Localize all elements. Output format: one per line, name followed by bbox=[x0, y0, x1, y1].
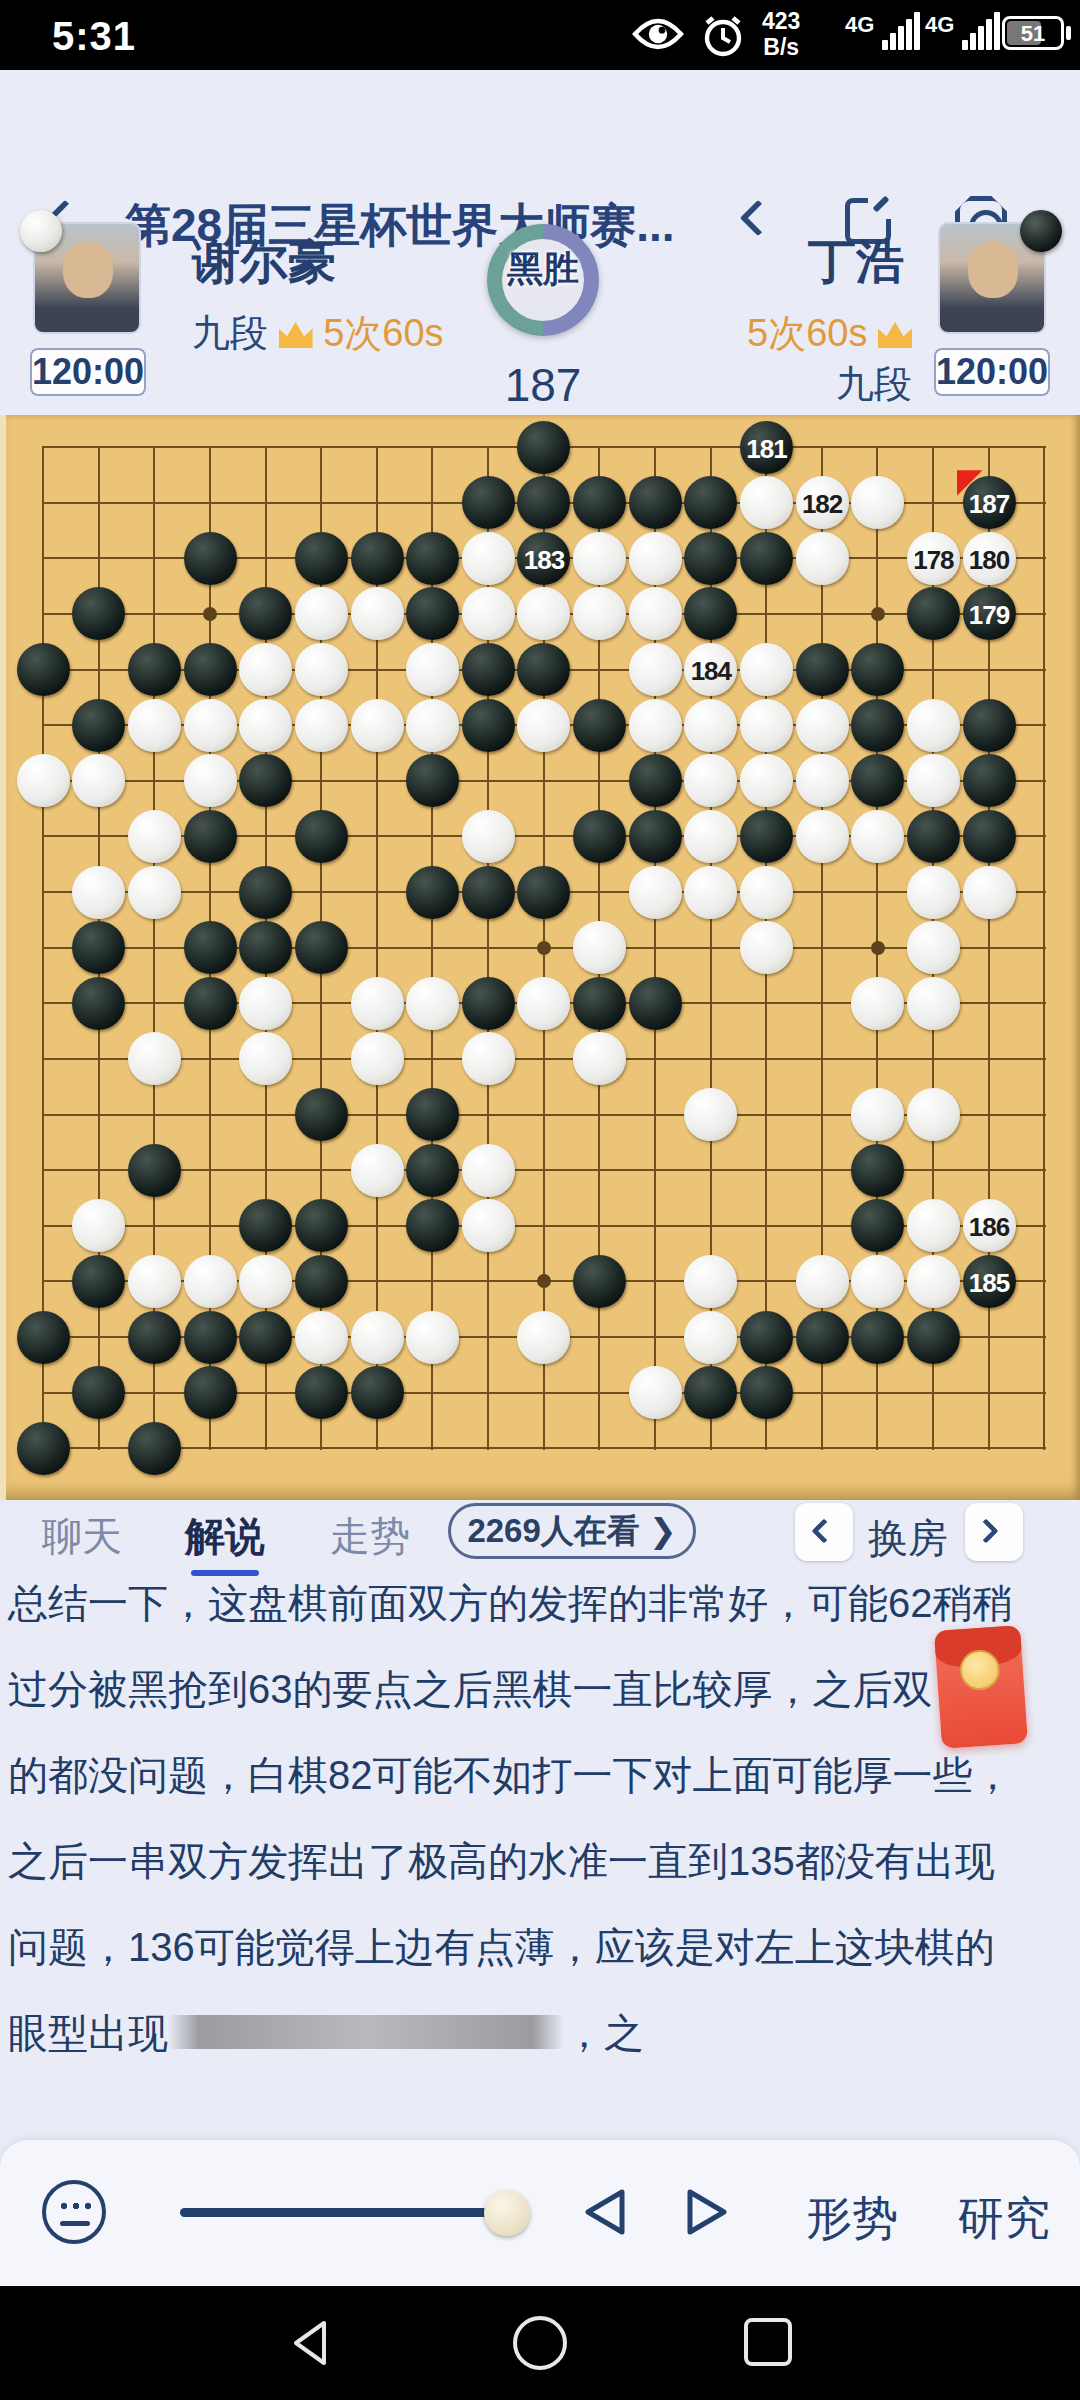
tab-bar: 聊天 解说 走势 2269人在看 ❯ 换房 bbox=[0, 1503, 1080, 1565]
star-point bbox=[537, 941, 551, 955]
white-stone bbox=[239, 643, 292, 696]
white-stone bbox=[517, 1311, 570, 1364]
white-stone bbox=[406, 643, 459, 696]
black-stone bbox=[351, 532, 404, 585]
next-move-button[interactable] bbox=[682, 2186, 734, 2238]
white-stone bbox=[573, 921, 626, 974]
black-stone bbox=[573, 699, 626, 752]
white-stone: 186 bbox=[963, 1199, 1016, 1252]
right-player-rank: 5次60s 九段 bbox=[700, 308, 912, 410]
network-rate: 423B/s bbox=[762, 8, 800, 60]
white-stone bbox=[907, 699, 960, 752]
black-stone bbox=[851, 1311, 904, 1364]
red-envelope-icon[interactable] bbox=[934, 1625, 1028, 1749]
star-point bbox=[871, 941, 885, 955]
black-stone: 187 bbox=[963, 476, 1016, 529]
white-stone bbox=[684, 810, 737, 863]
prev-move-button[interactable] bbox=[578, 2186, 630, 2238]
move-count: 187 bbox=[487, 358, 599, 412]
left-player-rank: 九段 5次60s bbox=[192, 308, 444, 359]
white-stone bbox=[128, 699, 181, 752]
white-stone bbox=[351, 699, 404, 752]
move-number-label: 181 bbox=[740, 434, 793, 465]
black-stone bbox=[573, 1255, 626, 1308]
left-player-name: 谢尔豪 bbox=[192, 230, 336, 294]
white-stone bbox=[796, 699, 849, 752]
nav-recents-icon[interactable] bbox=[744, 2318, 792, 2366]
white-stone bbox=[184, 754, 237, 807]
black-stone bbox=[406, 866, 459, 919]
blurred-text-strip bbox=[168, 2015, 564, 2049]
signal-sim1: 4G bbox=[845, 12, 922, 50]
black-stone bbox=[907, 1311, 960, 1364]
white-stone bbox=[72, 866, 125, 919]
black-stone bbox=[184, 1366, 237, 1419]
black-stone bbox=[517, 866, 570, 919]
black-stone bbox=[796, 643, 849, 696]
black-stone bbox=[239, 1311, 292, 1364]
white-stone bbox=[351, 587, 404, 640]
black-stone bbox=[72, 977, 125, 1030]
crown-icon bbox=[279, 322, 313, 348]
white-stone bbox=[796, 532, 849, 585]
black-stone bbox=[295, 810, 348, 863]
white-stone bbox=[351, 1032, 404, 1085]
black-stone bbox=[17, 1311, 70, 1364]
black-stone bbox=[963, 810, 1016, 863]
black-stone bbox=[351, 1366, 404, 1419]
move-number-label: 187 bbox=[963, 489, 1016, 520]
black-stone bbox=[128, 1311, 181, 1364]
white-stone bbox=[128, 1255, 181, 1308]
white-stone bbox=[573, 532, 626, 585]
black-stone bbox=[72, 699, 125, 752]
nav-back-icon[interactable] bbox=[288, 2318, 338, 2368]
black-stone bbox=[851, 699, 904, 752]
white-stone bbox=[295, 587, 348, 640]
black-stone bbox=[907, 810, 960, 863]
room-prev-button[interactable] bbox=[795, 1503, 853, 1561]
white-stone bbox=[239, 699, 292, 752]
white-stone: 178 bbox=[907, 532, 960, 585]
white-stone bbox=[907, 1088, 960, 1141]
right-player-name: 丁浩 bbox=[808, 230, 904, 294]
white-stone bbox=[295, 1311, 348, 1364]
white-stone bbox=[351, 1311, 404, 1364]
white-stone bbox=[517, 977, 570, 1030]
black-stone bbox=[17, 643, 70, 696]
white-stone bbox=[629, 587, 682, 640]
star-point bbox=[871, 607, 885, 621]
move-number-label: 186 bbox=[963, 1212, 1016, 1243]
black-stone bbox=[128, 1144, 181, 1197]
black-stone bbox=[740, 1311, 793, 1364]
white-stone bbox=[907, 866, 960, 919]
eye-icon bbox=[632, 15, 684, 53]
control-bar: 形势 研究 bbox=[0, 2140, 1080, 2286]
black-stone bbox=[573, 810, 626, 863]
black-stone bbox=[573, 977, 626, 1030]
white-stone bbox=[517, 699, 570, 752]
white-stone bbox=[295, 643, 348, 696]
commentary-line: 问题，136可能觉得上边有点薄，应该是对左上这块棋的 bbox=[8, 1920, 1076, 1975]
black-stone bbox=[740, 810, 793, 863]
go-board[interactable]: 181182187183178180179184186185 bbox=[0, 415, 1080, 1500]
signal-sim2: 4G bbox=[925, 12, 1002, 50]
black-stone bbox=[851, 643, 904, 696]
white-stone bbox=[740, 699, 793, 752]
room-next-button[interactable] bbox=[965, 1503, 1023, 1561]
white-stone bbox=[351, 977, 404, 1030]
white-stone bbox=[295, 699, 348, 752]
result-ring: 黑胜 bbox=[487, 224, 599, 336]
white-stone bbox=[462, 1144, 515, 1197]
black-stone bbox=[462, 643, 515, 696]
commentary-line: 过分被黑抢到63的要点之后黑棋一直比较厚，之后双 bbox=[8, 1662, 1076, 1717]
commentary-line: 总结一下，这盘棋前面双方的发挥的非常好，可能62稍稍 bbox=[8, 1576, 1076, 1631]
black-stone bbox=[239, 866, 292, 919]
white-stone bbox=[462, 1032, 515, 1085]
black-stone bbox=[963, 699, 1016, 752]
white-stone bbox=[796, 754, 849, 807]
black-stone bbox=[295, 1199, 348, 1252]
move-number-label: 179 bbox=[963, 600, 1016, 631]
white-stone bbox=[740, 476, 793, 529]
white-stone bbox=[239, 1255, 292, 1308]
viewers-pill[interactable]: 2269人在看 ❯ bbox=[448, 1503, 696, 1559]
white-stone bbox=[851, 476, 904, 529]
black-stone bbox=[573, 476, 626, 529]
tab-commentary[interactable]: 解说 bbox=[185, 1509, 265, 1564]
black-stone: 185 bbox=[963, 1255, 1016, 1308]
room-switch-label: 换房 bbox=[868, 1511, 948, 1566]
black-stone bbox=[462, 699, 515, 752]
white-stone bbox=[851, 1255, 904, 1308]
move-number-label: 183 bbox=[517, 545, 570, 576]
commentary-line-censored: 眼型出现，之 bbox=[8, 2006, 1076, 2061]
white-stone bbox=[851, 810, 904, 863]
black-stone: 181 bbox=[740, 421, 793, 474]
situation-button[interactable]: 形势 bbox=[806, 2188, 898, 2250]
move-number-label: 180 bbox=[963, 545, 1016, 576]
right-player-clock: 120:00 bbox=[934, 348, 1050, 396]
move-number-label: 178 bbox=[907, 545, 960, 576]
keyboard-emoji-button[interactable] bbox=[42, 2180, 106, 2244]
white-stone bbox=[907, 1255, 960, 1308]
black-stone bbox=[517, 421, 570, 474]
move-number-label: 185 bbox=[963, 1268, 1016, 1299]
white-stone bbox=[740, 754, 793, 807]
black-stone bbox=[963, 754, 1016, 807]
white-stone bbox=[462, 1199, 515, 1252]
black-stone bbox=[128, 1422, 181, 1475]
result-text: 黑胜 bbox=[487, 245, 599, 294]
white-stone bbox=[462, 810, 515, 863]
star-point bbox=[203, 607, 217, 621]
black-stone bbox=[462, 866, 515, 919]
white-stone bbox=[684, 1255, 737, 1308]
white-stone bbox=[462, 532, 515, 585]
white-stone bbox=[406, 977, 459, 1030]
white-stone bbox=[629, 699, 682, 752]
black-stone bbox=[740, 532, 793, 585]
white-stone bbox=[351, 1144, 404, 1197]
black-stone bbox=[684, 532, 737, 585]
commentary-line: 的都没问题，白棋82可能不如打一下对上面可能厚一些， bbox=[8, 1748, 1076, 1803]
white-stone bbox=[462, 587, 515, 640]
white-stone bbox=[907, 754, 960, 807]
move-number-label: 184 bbox=[684, 656, 737, 687]
white-stone bbox=[629, 866, 682, 919]
white-stone bbox=[629, 1366, 682, 1419]
white-stone bbox=[629, 532, 682, 585]
black-stone bbox=[406, 1144, 459, 1197]
black-stone bbox=[629, 476, 682, 529]
white-stone bbox=[740, 643, 793, 696]
android-nav-bar bbox=[0, 2286, 1080, 2400]
white-stone bbox=[851, 1088, 904, 1141]
white-stone bbox=[17, 754, 70, 807]
black-stone bbox=[629, 977, 682, 1030]
header: 第28届三星杯世界大师赛... bbox=[0, 70, 1080, 215]
black-stone: 183 bbox=[517, 532, 570, 585]
black-stone bbox=[295, 1366, 348, 1419]
black-stone bbox=[462, 977, 515, 1030]
black-stone bbox=[72, 1255, 125, 1308]
white-stone bbox=[184, 1255, 237, 1308]
black-stone bbox=[184, 643, 237, 696]
white-stone-badge bbox=[20, 210, 62, 252]
white-stone bbox=[406, 1311, 459, 1364]
white-stone bbox=[128, 810, 181, 863]
white-stone bbox=[907, 1199, 960, 1252]
black-stone bbox=[462, 476, 515, 529]
status-time: 5:31 bbox=[52, 14, 136, 59]
white-stone bbox=[740, 866, 793, 919]
black-stone bbox=[295, 1255, 348, 1308]
black-stone bbox=[406, 1088, 459, 1141]
white-stone: 182 bbox=[796, 476, 849, 529]
black-stone bbox=[796, 1311, 849, 1364]
white-stone bbox=[851, 977, 904, 1030]
black-stone bbox=[740, 1366, 793, 1419]
black-stone bbox=[295, 1088, 348, 1141]
research-button[interactable]: 研究 bbox=[958, 2188, 1050, 2250]
commentary-line: 之后一串双方发挥出了极高的水准一直到135都没有出现 bbox=[8, 1834, 1076, 1889]
status-bar: 5:31 423B/s 4G 4G 51 bbox=[0, 0, 1080, 70]
black-stone bbox=[184, 532, 237, 585]
white-stone bbox=[629, 643, 682, 696]
white-stone bbox=[684, 699, 737, 752]
white-stone bbox=[184, 699, 237, 752]
tab-chat[interactable]: 聊天 bbox=[42, 1509, 122, 1564]
white-stone bbox=[684, 866, 737, 919]
black-stone bbox=[629, 754, 682, 807]
black-stone bbox=[851, 1144, 904, 1197]
collapse-chevron-icon[interactable] bbox=[740, 200, 777, 237]
white-stone bbox=[796, 1255, 849, 1308]
white-stone bbox=[907, 977, 960, 1030]
white-stone bbox=[740, 921, 793, 974]
black-stone bbox=[184, 810, 237, 863]
move-slider-fill bbox=[180, 2208, 507, 2217]
black-stone bbox=[17, 1422, 70, 1475]
tab-trend[interactable]: 走势 bbox=[330, 1509, 410, 1564]
black-stone bbox=[295, 921, 348, 974]
black-stone-badge bbox=[1020, 210, 1062, 252]
black-stone bbox=[629, 810, 682, 863]
chevron-left-icon bbox=[811, 1518, 836, 1543]
white-stone bbox=[796, 810, 849, 863]
left-player-clock: 120:00 bbox=[30, 348, 146, 396]
black-stone bbox=[907, 587, 960, 640]
crown-icon bbox=[878, 322, 912, 348]
white-stone bbox=[239, 977, 292, 1030]
nav-home-icon[interactable] bbox=[513, 2316, 567, 2370]
white-stone bbox=[406, 699, 459, 752]
battery-indicator: 51 bbox=[1002, 16, 1064, 50]
chevron-right-icon bbox=[973, 1518, 998, 1543]
black-stone bbox=[184, 977, 237, 1030]
black-stone bbox=[406, 532, 459, 585]
move-number-label: 182 bbox=[796, 489, 849, 520]
white-stone bbox=[963, 866, 1016, 919]
black-stone bbox=[295, 532, 348, 585]
white-stone: 184 bbox=[684, 643, 737, 696]
black-stone bbox=[184, 1311, 237, 1364]
white-stone bbox=[907, 921, 960, 974]
black-stone bbox=[128, 643, 181, 696]
white-stone: 180 bbox=[963, 532, 1016, 585]
white-stone bbox=[128, 866, 181, 919]
black-stone: 179 bbox=[963, 587, 1016, 640]
white-stone bbox=[684, 1311, 737, 1364]
black-stone bbox=[184, 921, 237, 974]
move-slider-knob[interactable] bbox=[484, 2190, 530, 2236]
alarm-clock-icon bbox=[700, 15, 746, 57]
